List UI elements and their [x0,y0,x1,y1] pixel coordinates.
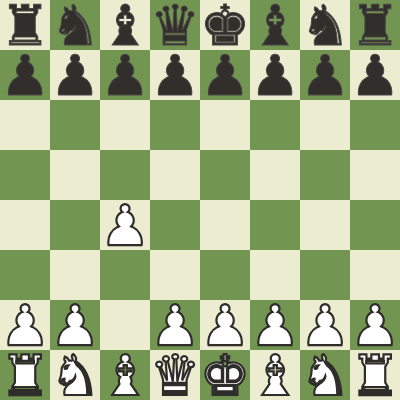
black-pawn[interactable]: ♟ [300,48,350,104]
square-c4[interactable]: ♟ [100,200,150,250]
white-rook[interactable]: ♜ [0,348,50,400]
square-e1[interactable]: ♚ [200,350,250,400]
square-f7[interactable]: ♟ [250,50,300,100]
square-h1[interactable]: ♜ [350,350,400,400]
square-g1[interactable]: ♞ [300,350,350,400]
white-rook[interactable]: ♜ [350,348,400,400]
black-pawn[interactable]: ♟ [150,48,200,104]
white-knight[interactable]: ♞ [50,348,100,400]
square-c1[interactable]: ♝ [100,350,150,400]
square-a5[interactable] [0,150,50,200]
square-d7[interactable]: ♟ [150,50,200,100]
white-pawn[interactable]: ♟ [100,198,150,254]
square-g5[interactable] [300,150,350,200]
square-a4[interactable] [0,200,50,250]
white-bishop[interactable]: ♝ [250,348,300,400]
square-f5[interactable] [250,150,300,200]
black-pawn[interactable]: ♟ [250,48,300,104]
square-b7[interactable]: ♟ [50,50,100,100]
square-b5[interactable] [50,150,100,200]
square-b1[interactable]: ♞ [50,350,100,400]
square-g4[interactable] [300,200,350,250]
square-e4[interactable] [200,200,250,250]
black-pawn[interactable]: ♟ [100,48,150,104]
square-h4[interactable] [350,200,400,250]
square-f1[interactable]: ♝ [250,350,300,400]
black-pawn[interactable]: ♟ [350,48,400,104]
square-d5[interactable] [150,150,200,200]
square-e7[interactable]: ♟ [200,50,250,100]
square-f4[interactable] [250,200,300,250]
square-g7[interactable]: ♟ [300,50,350,100]
black-pawn[interactable]: ♟ [200,48,250,104]
square-a7[interactable]: ♟ [0,50,50,100]
white-queen[interactable]: ♛ [150,348,200,400]
square-d1[interactable]: ♛ [150,350,200,400]
white-knight[interactable]: ♞ [300,348,350,400]
black-pawn[interactable]: ♟ [50,48,100,104]
square-a1[interactable]: ♜ [0,350,50,400]
black-pawn[interactable]: ♟ [0,48,50,104]
square-d4[interactable] [150,200,200,250]
square-h5[interactable] [350,150,400,200]
square-c7[interactable]: ♟ [100,50,150,100]
white-bishop[interactable]: ♝ [100,348,150,400]
chess-board: ♜♞♝♛♚♝♞♜♟♟♟♟♟♟♟♟♟♟♟♟♟♟♟♟♜♞♝♛♚♝♞♜ [0,0,400,400]
square-b4[interactable] [50,200,100,250]
square-e5[interactable] [200,150,250,200]
square-h7[interactable]: ♟ [350,50,400,100]
white-king[interactable]: ♚ [200,348,250,400]
